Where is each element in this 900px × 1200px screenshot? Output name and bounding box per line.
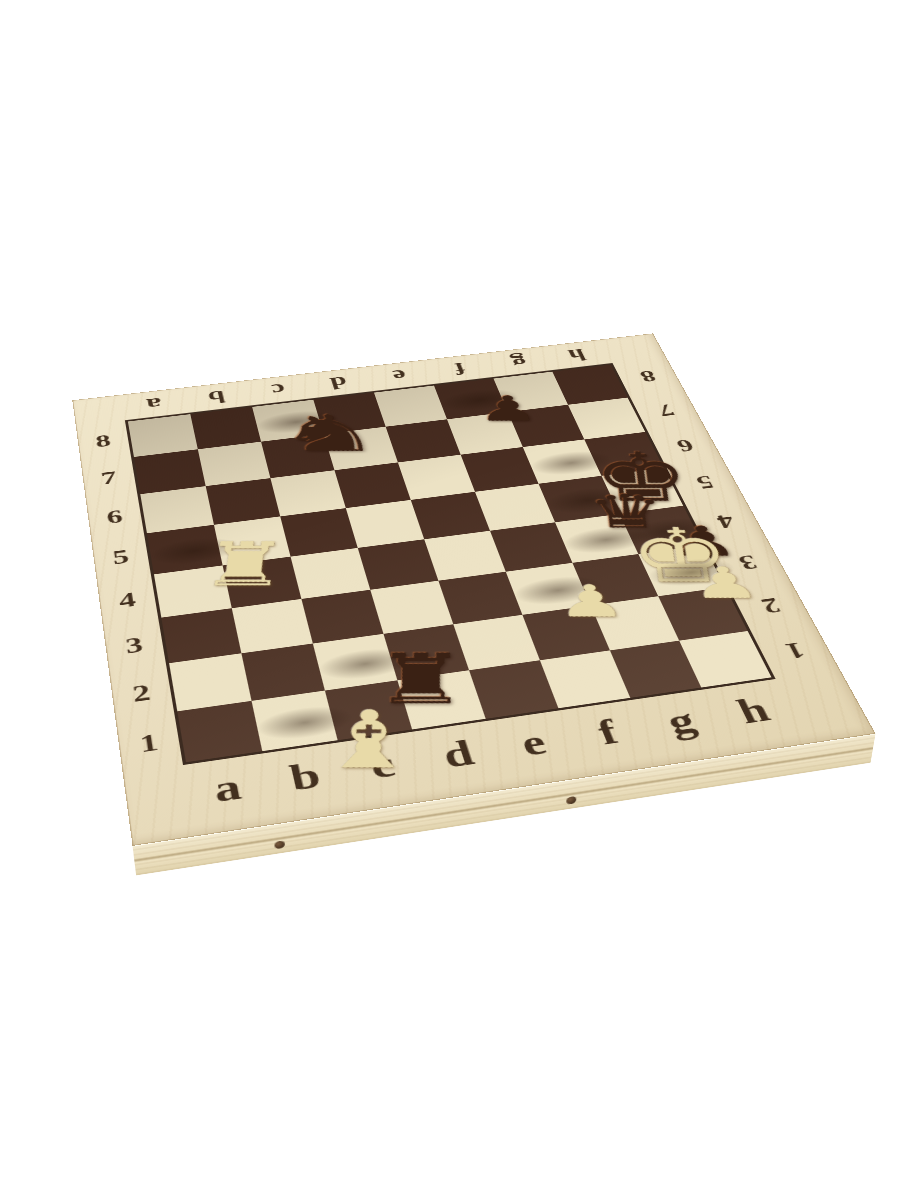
label-left-8: 8 — [76, 420, 131, 462]
square-f1 — [540, 650, 630, 708]
square-e3 — [438, 572, 522, 625]
label-left-7: 7 — [81, 456, 138, 500]
square-c3 — [301, 590, 383, 644]
chess-board: abcdefgh abcdefgh 87654321 87654321 ♞♟♚♛… — [72, 333, 875, 845]
label-bottom-c: c — [337, 732, 433, 813]
board-scene: abcdefgh abcdefgh 87654321 87654321 ♞♟♚♛… — [100, 205, 766, 895]
label-left-3: 3 — [103, 619, 166, 673]
label-left-2: 2 — [109, 665, 174, 722]
white-rook-a5: ♜ — [197, 535, 291, 595]
square-d3 — [370, 581, 453, 634]
label-left-1: 1 — [116, 713, 183, 773]
clasp-screw — [274, 840, 285, 849]
product-photo: { "game": "chess", "scene_description": … — [0, 0, 900, 1200]
white-pawn-f3: ♟ — [555, 579, 628, 623]
label-left-5: 5 — [91, 533, 151, 582]
square-e1 — [469, 660, 558, 719]
square-b2 — [241, 644, 325, 701]
white-king-g4: ♚ — [626, 519, 736, 594]
square-b3 — [232, 599, 313, 653]
square-a3 — [161, 608, 241, 663]
square-a2 — [169, 653, 251, 711]
black-pawn-f8: ♟ — [477, 391, 539, 426]
label-left-6: 6 — [86, 494, 144, 540]
square-g1 — [610, 641, 701, 698]
black-knight-c8: ♞ — [275, 408, 384, 458]
label-bottom-a: a — [183, 754, 275, 837]
label-left-4: 4 — [97, 575, 158, 626]
square-a1 — [177, 701, 262, 762]
clasp-screw — [566, 796, 576, 805]
square-c4 — [291, 548, 371, 599]
